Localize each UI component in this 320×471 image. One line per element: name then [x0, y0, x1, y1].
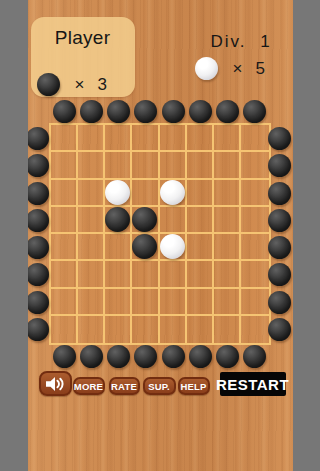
board-cell[interactable]	[187, 316, 214, 343]
board-cell[interactable]	[160, 207, 187, 234]
board-cell[interactable]	[241, 289, 268, 316]
decorative-black-stone	[268, 291, 291, 314]
board-cell[interactable]	[187, 180, 214, 207]
decorative-black-stone	[107, 100, 130, 123]
board-cell[interactable]	[241, 180, 268, 207]
board-cell[interactable]	[132, 125, 159, 152]
player-score-row: × 3	[37, 73, 107, 96]
decorative-black-stone	[162, 345, 185, 368]
board-cell[interactable]	[132, 152, 159, 179]
board-cell[interactable]	[214, 207, 241, 234]
decorative-black-stone	[28, 318, 50, 341]
black-stone	[132, 207, 157, 232]
board-cell[interactable]	[214, 180, 241, 207]
decorative-black-stone	[28, 127, 50, 150]
decorative-black-stone	[268, 263, 291, 286]
board-cell[interactable]	[214, 261, 241, 288]
decorative-black-stone	[268, 182, 291, 205]
decorative-black-stone	[28, 209, 50, 232]
player-label: Player	[31, 27, 135, 49]
opponent-times-sign: ×	[233, 59, 243, 79]
board-cell[interactable]	[78, 261, 105, 288]
decorative-black-stone	[268, 127, 291, 150]
board-grid	[49, 123, 271, 345]
decorative-black-stone	[243, 345, 266, 368]
board-cell[interactable]	[187, 261, 214, 288]
board-cell[interactable]	[78, 289, 105, 316]
speaker-icon	[44, 375, 66, 393]
board-cell[interactable]	[51, 180, 78, 207]
board-cell[interactable]	[51, 207, 78, 234]
decorative-black-stone	[268, 154, 291, 177]
decorative-black-stone	[216, 100, 239, 123]
decorative-black-stone	[80, 345, 103, 368]
black-stone	[105, 207, 130, 232]
board-cell[interactable]	[214, 234, 241, 261]
decorative-black-stone	[28, 263, 50, 286]
decorative-black-stone	[162, 100, 185, 123]
board-cell[interactable]	[241, 316, 268, 343]
decorative-black-stone	[268, 209, 291, 232]
board-cell[interactable]	[51, 234, 78, 261]
opponent-count: 5	[255, 59, 264, 79]
board-cell[interactable]	[160, 316, 187, 343]
opponent-score-row: × 5	[195, 57, 265, 80]
decorative-black-stone	[268, 236, 291, 259]
board-cell[interactable]	[78, 207, 105, 234]
board-cell[interactable]	[160, 125, 187, 152]
player-black-stone-icon	[37, 73, 60, 96]
decorative-black-stone	[28, 236, 50, 259]
decorative-black-stone	[28, 291, 50, 314]
decorative-black-stone	[189, 100, 212, 123]
white-stone	[160, 180, 185, 205]
board-cell[interactable]	[78, 125, 105, 152]
board-cell[interactable]	[214, 316, 241, 343]
decorative-black-stone	[134, 345, 157, 368]
board-cell[interactable]	[241, 234, 268, 261]
board-cell[interactable]	[51, 261, 78, 288]
board-cell[interactable]	[132, 207, 159, 234]
decorative-black-stone	[268, 318, 291, 341]
board-cell[interactable]	[105, 125, 132, 152]
decorative-black-stone	[28, 154, 50, 177]
board-cell[interactable]	[105, 261, 132, 288]
board-cell[interactable]	[187, 289, 214, 316]
board-cell[interactable]	[241, 152, 268, 179]
board-cell[interactable]	[187, 152, 214, 179]
sound-button[interactable]	[39, 371, 72, 396]
opponent-white-stone-icon	[195, 57, 218, 80]
decorative-black-stone	[134, 100, 157, 123]
sup-button[interactable]: SUP.	[143, 377, 176, 395]
white-stone	[160, 234, 185, 259]
board-cell[interactable]	[105, 152, 132, 179]
board-cell[interactable]	[78, 316, 105, 343]
decorative-black-stone	[53, 100, 76, 123]
board-cell[interactable]	[241, 261, 268, 288]
board-cell[interactable]	[78, 234, 105, 261]
board-cell[interactable]	[78, 152, 105, 179]
board-cell[interactable]	[241, 125, 268, 152]
board-cell[interactable]	[241, 207, 268, 234]
board-cell[interactable]	[105, 207, 132, 234]
board-cell[interactable]	[160, 234, 187, 261]
board-cell[interactable]	[160, 152, 187, 179]
board-cell[interactable]	[105, 234, 132, 261]
more-button[interactable]: MORE	[73, 377, 105, 395]
player-times-sign: ×	[75, 75, 85, 95]
board-cell[interactable]	[214, 125, 241, 152]
opponent-label: Div. 1	[211, 32, 272, 52]
board-cell[interactable]	[51, 316, 78, 343]
board-cell[interactable]	[132, 316, 159, 343]
rate-button[interactable]: RATE	[109, 377, 140, 395]
restart-button[interactable]: RESTART	[220, 372, 286, 396]
decorative-black-stone	[28, 182, 50, 205]
board-cell[interactable]	[214, 289, 241, 316]
board-cell[interactable]	[51, 125, 78, 152]
board-cell[interactable]	[187, 125, 214, 152]
board-cell[interactable]	[51, 289, 78, 316]
white-stone	[105, 180, 130, 205]
board-cell[interactable]	[160, 261, 187, 288]
decorative-black-stone	[80, 100, 103, 123]
board-cell[interactable]	[105, 316, 132, 343]
board-cell[interactable]	[132, 234, 159, 261]
decorative-black-stone	[243, 100, 266, 123]
board-cell[interactable]	[132, 289, 159, 316]
board-cell[interactable]	[132, 261, 159, 288]
board-cell[interactable]	[105, 289, 132, 316]
decorative-black-stone	[53, 345, 76, 368]
decorative-black-stone	[216, 345, 239, 368]
board-cell[interactable]	[214, 152, 241, 179]
board-cell[interactable]	[160, 289, 187, 316]
board-cell[interactable]	[187, 207, 214, 234]
board-cell[interactable]	[105, 180, 132, 207]
game-screen: Player × 3 Div. 1 × 5 MORE RATE SUP. HEL…	[28, 0, 293, 471]
board-cell[interactable]	[78, 180, 105, 207]
decorative-black-stone	[189, 345, 212, 368]
board-cell[interactable]	[160, 180, 187, 207]
board-cell[interactable]	[51, 152, 78, 179]
player-count: 3	[97, 75, 106, 95]
decorative-black-stone	[107, 345, 130, 368]
board-cell[interactable]	[132, 180, 159, 207]
player-turn-panel: Player × 3	[31, 17, 135, 97]
black-stone	[132, 234, 157, 259]
help-button[interactable]: HELP	[178, 377, 210, 395]
board-cell[interactable]	[187, 234, 214, 261]
